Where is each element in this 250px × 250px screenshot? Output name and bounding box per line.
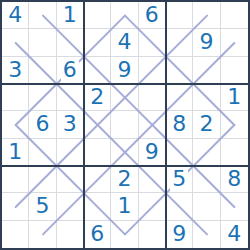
cell-r6c9[interactable]	[221, 139, 248, 166]
cell-r1c4[interactable]	[84, 2, 111, 29]
cell-r1c6[interactable]: 6	[139, 2, 166, 29]
cell-r9c4[interactable]: 6	[84, 221, 111, 248]
given-digit: 9	[197, 31, 215, 53]
given-digit: 2	[115, 168, 133, 190]
given-digit: 3	[6, 59, 24, 81]
cell-r7c6[interactable]	[139, 166, 166, 193]
cell-r3c2[interactable]	[29, 57, 56, 84]
cell-r5c2[interactable]: 6	[29, 111, 56, 138]
given-digit: 1	[225, 86, 243, 108]
cell-r7c2[interactable]	[29, 166, 56, 193]
cell-r8c2[interactable]: 5	[29, 193, 56, 220]
given-digit: 8	[170, 113, 188, 135]
cell-r4c4[interactable]: 2	[84, 84, 111, 111]
cell-r7c7[interactable]: 5	[166, 166, 193, 193]
cell-r6c8[interactable]	[193, 139, 220, 166]
cell-r7c8[interactable]	[193, 166, 220, 193]
given-digit: 6	[88, 223, 106, 245]
cell-r1c3[interactable]: 1	[57, 2, 84, 29]
cell-r7c4[interactable]	[84, 166, 111, 193]
cell-r3c4[interactable]	[84, 57, 111, 84]
cell-r3c3[interactable]: 6	[57, 57, 84, 84]
given-digit: 1	[6, 141, 24, 163]
cell-r1c5[interactable]	[111, 2, 138, 29]
cell-r1c2[interactable]	[29, 2, 56, 29]
cell-r9c3[interactable]	[57, 221, 84, 248]
cell-r6c3[interactable]	[57, 139, 84, 166]
given-digit: 6	[61, 59, 79, 81]
cell-r8c3[interactable]	[57, 193, 84, 220]
cell-r6c2[interactable]	[29, 139, 56, 166]
cell-r5c3[interactable]: 3	[57, 111, 84, 138]
cell-r3c7[interactable]	[166, 57, 193, 84]
cell-r9c5[interactable]	[111, 221, 138, 248]
cell-r6c4[interactable]	[84, 139, 111, 166]
cell-r2c3[interactable]	[57, 29, 84, 56]
cell-r6c1[interactable]: 1	[2, 139, 29, 166]
given-digit: 9	[170, 223, 188, 245]
cell-r9c6[interactable]	[139, 221, 166, 248]
cell-r7c9[interactable]: 8	[221, 166, 248, 193]
given-digit: 2	[197, 113, 215, 135]
cell-r2c6[interactable]	[139, 29, 166, 56]
sudoku-board: 416493692163821925851694	[0, 0, 250, 250]
given-digit: 3	[61, 113, 79, 135]
cell-r4c6[interactable]	[139, 84, 166, 111]
cell-r5c6[interactable]	[139, 111, 166, 138]
given-digit: 2	[88, 86, 106, 108]
cell-r4c3[interactable]	[57, 84, 84, 111]
cell-r3c5[interactable]: 9	[111, 57, 138, 84]
cell-r9c9[interactable]: 4	[221, 221, 248, 248]
cell-r2c4[interactable]	[84, 29, 111, 56]
given-digit: 9	[143, 141, 161, 163]
cell-r8c9[interactable]	[221, 193, 248, 220]
cell-r4c7[interactable]	[166, 84, 193, 111]
cell-r9c1[interactable]	[2, 221, 29, 248]
cell-r9c8[interactable]	[193, 221, 220, 248]
given-digit: 6	[143, 4, 161, 26]
given-digit: 9	[115, 59, 133, 81]
cell-r4c1[interactable]	[2, 84, 29, 111]
cell-r2c7[interactable]	[166, 29, 193, 56]
given-digit: 4	[6, 4, 24, 26]
given-digit: 5	[33, 195, 51, 217]
given-digit: 6	[33, 113, 51, 135]
cell-r6c5[interactable]	[111, 139, 138, 166]
cell-r5c4[interactable]	[84, 111, 111, 138]
cell-r8c7[interactable]	[166, 193, 193, 220]
cell-r9c7[interactable]: 9	[166, 221, 193, 248]
cell-r9c2[interactable]	[29, 221, 56, 248]
cell-r7c5[interactable]: 2	[111, 166, 138, 193]
given-digit: 5	[170, 168, 188, 190]
cell-r8c6[interactable]	[139, 193, 166, 220]
cell-r2c5[interactable]: 4	[111, 29, 138, 56]
cell-r2c2[interactable]	[29, 29, 56, 56]
cell-r1c1[interactable]: 4	[2, 2, 29, 29]
cell-r3c6[interactable]	[139, 57, 166, 84]
cell-r8c8[interactable]	[193, 193, 220, 220]
cell-r1c8[interactable]	[193, 2, 220, 29]
cell-r3c8[interactable]	[193, 57, 220, 84]
given-digit: 4	[225, 223, 243, 245]
cell-r7c3[interactable]	[57, 166, 84, 193]
cell-r3c1[interactable]: 3	[2, 57, 29, 84]
cell-r3c9[interactable]	[221, 57, 248, 84]
cell-r4c9[interactable]: 1	[221, 84, 248, 111]
cell-r5c1[interactable]	[2, 111, 29, 138]
cell-r8c1[interactable]	[2, 193, 29, 220]
cell-r4c5[interactable]	[111, 84, 138, 111]
given-digit: 8	[225, 168, 243, 190]
cell-r2c9[interactable]	[221, 29, 248, 56]
cell-r2c8[interactable]: 9	[193, 29, 220, 56]
given-digit: 1	[115, 195, 133, 217]
cell-r1c7[interactable]	[166, 2, 193, 29]
cell-r5c9[interactable]	[221, 111, 248, 138]
cell-r5c7[interactable]: 8	[166, 111, 193, 138]
cell-r8c5[interactable]: 1	[111, 193, 138, 220]
cell-r1c9[interactable]	[221, 2, 248, 29]
cell-r6c7[interactable]	[166, 139, 193, 166]
cell-r7c1[interactable]	[2, 166, 29, 193]
given-digit: 1	[61, 4, 79, 26]
cell-r5c8[interactable]: 2	[193, 111, 220, 138]
cell-r4c2[interactable]	[29, 84, 56, 111]
cell-r5c5[interactable]	[111, 111, 138, 138]
cell-r8c4[interactable]	[84, 193, 111, 220]
cell-r2c1[interactable]	[2, 29, 29, 56]
cell-r6c6[interactable]: 9	[139, 139, 166, 166]
given-digit: 4	[115, 31, 133, 53]
cell-r4c8[interactable]	[193, 84, 220, 111]
sudoku-grid: 416493692163821925851694	[2, 2, 248, 248]
